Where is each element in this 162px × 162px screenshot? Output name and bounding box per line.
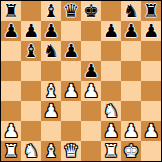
square-a5[interactable] bbox=[1, 61, 21, 81]
square-f2[interactable]: ♟ bbox=[101, 121, 121, 141]
square-f1[interactable]: ♜ bbox=[101, 141, 121, 161]
piece-white-knight[interactable]: ♞ bbox=[103, 101, 119, 121]
piece-black-rook[interactable]: ♜ bbox=[143, 1, 159, 21]
piece-black-knight[interactable]: ♞ bbox=[43, 41, 59, 61]
square-f5[interactable] bbox=[101, 61, 121, 81]
square-f3[interactable]: ♞ bbox=[101, 101, 121, 121]
square-g2[interactable]: ♟ bbox=[121, 121, 141, 141]
piece-black-pawn[interactable]: ♟ bbox=[103, 21, 119, 41]
square-d7[interactable] bbox=[61, 21, 81, 41]
square-f7[interactable]: ♟ bbox=[101, 21, 121, 41]
square-f8[interactable] bbox=[101, 1, 121, 21]
square-f4[interactable] bbox=[101, 81, 121, 101]
square-f6[interactable] bbox=[101, 41, 121, 61]
square-h5[interactable] bbox=[141, 61, 161, 81]
square-c1[interactable]: ♝ bbox=[41, 141, 61, 161]
piece-white-pawn[interactable]: ♟ bbox=[123, 121, 139, 141]
square-a2[interactable]: ♟ bbox=[1, 121, 21, 141]
piece-black-pawn[interactable]: ♟ bbox=[143, 21, 159, 41]
piece-black-knight[interactable]: ♞ bbox=[123, 1, 139, 21]
square-b4[interactable] bbox=[21, 81, 41, 101]
square-e6[interactable] bbox=[81, 41, 101, 61]
square-g3[interactable] bbox=[121, 101, 141, 121]
square-c3[interactable]: ♟ bbox=[41, 101, 61, 121]
square-a4[interactable] bbox=[1, 81, 21, 101]
square-e7[interactable] bbox=[81, 21, 101, 41]
piece-black-pawn[interactable]: ♟ bbox=[63, 41, 79, 61]
piece-white-pawn[interactable]: ♟ bbox=[83, 81, 99, 101]
square-h6[interactable] bbox=[141, 41, 161, 61]
piece-black-queen[interactable]: ♛ bbox=[63, 1, 79, 21]
piece-black-pawn[interactable]: ♟ bbox=[3, 21, 19, 41]
piece-white-rook[interactable]: ♜ bbox=[103, 141, 119, 161]
piece-black-pawn[interactable]: ♟ bbox=[123, 21, 139, 41]
piece-white-rook[interactable]: ♜ bbox=[3, 141, 19, 161]
piece-white-pawn[interactable]: ♟ bbox=[43, 101, 59, 121]
square-c4[interactable]: ♝ bbox=[41, 81, 61, 101]
square-g4[interactable] bbox=[121, 81, 141, 101]
piece-white-king[interactable]: ♚ bbox=[123, 141, 139, 161]
square-d5[interactable] bbox=[61, 61, 81, 81]
square-h8[interactable]: ♜ bbox=[141, 1, 161, 21]
square-d3[interactable] bbox=[61, 101, 81, 121]
piece-white-bishop[interactable]: ♝ bbox=[43, 141, 59, 161]
square-a7[interactable]: ♟ bbox=[1, 21, 21, 41]
square-c5[interactable] bbox=[41, 61, 61, 81]
piece-black-pawn[interactable]: ♟ bbox=[83, 61, 99, 81]
piece-black-pawn[interactable]: ♟ bbox=[43, 21, 59, 41]
square-b1[interactable]: ♞ bbox=[21, 141, 41, 161]
piece-black-rook[interactable]: ♜ bbox=[3, 1, 19, 21]
square-g7[interactable]: ♟ bbox=[121, 21, 141, 41]
square-c8[interactable]: ♝ bbox=[41, 1, 61, 21]
square-d8[interactable]: ♛ bbox=[61, 1, 81, 21]
square-h4[interactable] bbox=[141, 81, 161, 101]
square-e4[interactable]: ♟ bbox=[81, 81, 101, 101]
square-a1[interactable]: ♜ bbox=[1, 141, 21, 161]
square-a8[interactable]: ♜ bbox=[1, 1, 21, 21]
piece-white-pawn[interactable]: ♟ bbox=[103, 121, 119, 141]
square-g8[interactable]: ♞ bbox=[121, 1, 141, 21]
square-h7[interactable]: ♟ bbox=[141, 21, 161, 41]
square-d2[interactable] bbox=[61, 121, 81, 141]
square-g5[interactable] bbox=[121, 61, 141, 81]
square-b6[interactable]: ♝ bbox=[21, 41, 41, 61]
square-g6[interactable] bbox=[121, 41, 141, 61]
square-b2[interactable] bbox=[21, 121, 41, 141]
piece-black-bishop[interactable]: ♝ bbox=[23, 41, 39, 61]
square-e3[interactable] bbox=[81, 101, 101, 121]
square-a6[interactable] bbox=[1, 41, 21, 61]
square-e1[interactable] bbox=[81, 141, 101, 161]
piece-white-bishop[interactable]: ♝ bbox=[43, 81, 59, 101]
square-c2[interactable] bbox=[41, 121, 61, 141]
square-d6[interactable]: ♟ bbox=[61, 41, 81, 61]
square-g1[interactable]: ♚ bbox=[121, 141, 141, 161]
piece-black-king[interactable]: ♚ bbox=[83, 1, 99, 21]
square-e8[interactable]: ♚ bbox=[81, 1, 101, 21]
square-e2[interactable] bbox=[81, 121, 101, 141]
piece-white-queen[interactable]: ♛ bbox=[63, 141, 79, 161]
square-c7[interactable]: ♟ bbox=[41, 21, 61, 41]
piece-white-knight[interactable]: ♞ bbox=[23, 141, 39, 161]
chess-board: ♜♝♛♚♞♜♟♟♟♟♟♟♝♞♟♟♝♟♟♟♞♟♟♟♟♜♞♝♛♜♚ bbox=[0, 0, 162, 162]
square-b7[interactable]: ♟ bbox=[21, 21, 41, 41]
square-b8[interactable] bbox=[21, 1, 41, 21]
square-d4[interactable]: ♟ bbox=[61, 81, 81, 101]
piece-black-bishop[interactable]: ♝ bbox=[43, 1, 59, 21]
piece-white-pawn[interactable]: ♟ bbox=[143, 121, 159, 141]
square-h2[interactable]: ♟ bbox=[141, 121, 161, 141]
square-b5[interactable] bbox=[21, 61, 41, 81]
square-h3[interactable] bbox=[141, 101, 161, 121]
square-e5[interactable]: ♟ bbox=[81, 61, 101, 81]
square-d1[interactable]: ♛ bbox=[61, 141, 81, 161]
square-h1[interactable] bbox=[141, 141, 161, 161]
piece-white-pawn[interactable]: ♟ bbox=[3, 121, 19, 141]
piece-white-pawn[interactable]: ♟ bbox=[63, 81, 79, 101]
piece-black-pawn[interactable]: ♟ bbox=[23, 21, 39, 41]
square-c6[interactable]: ♞ bbox=[41, 41, 61, 61]
square-b3[interactable] bbox=[21, 101, 41, 121]
square-a3[interactable] bbox=[1, 101, 21, 121]
